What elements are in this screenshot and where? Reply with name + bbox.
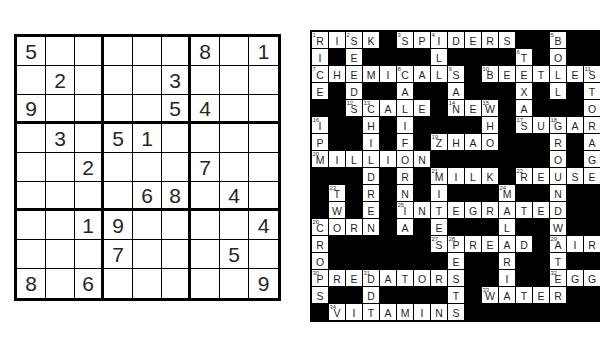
crossword-block-cell (533, 32, 549, 48)
crossword-letter-cell[interactable]: E (516, 66, 532, 82)
crossword-letter-cell[interactable]: W (550, 219, 566, 235)
sudoku-empty-cell[interactable] (46, 269, 75, 298)
crossword-letter-cell[interactable]: O (329, 219, 345, 235)
sudoku-empty-cell[interactable] (191, 240, 220, 269)
crossword-letter-cell[interactable]: E (346, 270, 362, 286)
crossword-letter-cell[interactable]: L (499, 219, 515, 235)
crossword-block-cell (380, 49, 396, 65)
crossword-letter-cell[interactable]: 27S (431, 236, 447, 252)
crossword-letter: P (414, 35, 430, 48)
sudoku-empty-cell[interactable] (133, 66, 162, 95)
crossword-letter: E (584, 171, 600, 184)
sudoku-empty-cell[interactable] (249, 95, 278, 124)
sudoku-empty-cell[interactable] (104, 66, 133, 95)
crossword-letter-cell[interactable]: X (516, 83, 532, 99)
crossword-letter-cell[interactable]: L (363, 151, 379, 167)
crossword-block-cell (380, 185, 396, 201)
crossword-block-cell (567, 304, 583, 320)
crossword-letter-cell[interactable]: R (584, 117, 600, 133)
crossword-letter-cell[interactable]: D (363, 168, 379, 184)
crossword-letter-cell[interactable]: I (346, 304, 362, 320)
crossword-letter-cell[interactable]: 20M (312, 151, 328, 167)
crossword-letter-cell[interactable]: O (414, 270, 430, 286)
crossword-letter-cell[interactable]: I (397, 117, 413, 133)
sudoku-given-cell: 4 (191, 95, 220, 124)
crossword-letter-cell[interactable]: E (448, 202, 464, 218)
crossword-letter: N (550, 188, 566, 201)
crossword-letter-cell[interactable]: L (346, 151, 362, 167)
sudoku-empty-cell[interactable] (46, 37, 75, 66)
crossword-letter-cell[interactable]: I (312, 49, 328, 65)
crossword-letter-cell[interactable]: N (414, 202, 430, 218)
crossword-letter-cell[interactable]: 31D (363, 270, 379, 286)
sudoku-empty-cell[interactable] (75, 124, 104, 153)
sudoku-empty-cell[interactable] (162, 124, 191, 153)
crossword-letter-cell[interactable]: D (448, 32, 464, 48)
clue-number: 2 (347, 32, 350, 38)
crossword-letter-cell[interactable]: I (499, 270, 515, 286)
sudoku-empty-cell[interactable] (162, 211, 191, 240)
crossword-letter-cell[interactable]: K (482, 168, 498, 184)
sudoku-empty-cell[interactable] (133, 240, 162, 269)
crossword-letter-cell[interactable]: T (533, 66, 549, 82)
crossword-letter-cell[interactable]: E (499, 66, 515, 82)
crossword-letter-cell[interactable]: N (363, 219, 379, 235)
crossword-letter: I (380, 154, 396, 167)
sudoku-empty-cell[interactable] (249, 66, 278, 95)
crossword-letter: R (584, 239, 600, 252)
sudoku-empty-cell[interactable] (249, 182, 278, 211)
sudoku-empty-cell[interactable] (133, 153, 162, 182)
crossword-letter-cell[interactable]: E (448, 253, 464, 269)
crossword-letter-cell[interactable]: E (465, 32, 481, 48)
sudoku-empty-cell[interactable] (104, 153, 133, 182)
crossword-letter-cell[interactable]: G (584, 151, 600, 167)
crossword-block-cell (380, 32, 396, 48)
crossword-letter-cell[interactable]: K (363, 32, 379, 48)
crossword-block-cell (482, 270, 498, 286)
sudoku-empty-cell[interactable] (220, 269, 249, 298)
crossword-letter-cell[interactable]: 22R (516, 168, 532, 184)
sudoku-given-cell: 5 (220, 240, 249, 269)
crossword-block-cell (431, 100, 447, 116)
crossword-letter-cell[interactable]: A (380, 270, 396, 286)
crossword-block-cell (346, 134, 362, 150)
crossword-letter-cell[interactable]: I (329, 32, 345, 48)
sudoku-empty-cell[interactable] (133, 95, 162, 124)
crossword-letter-cell[interactable]: P (414, 32, 430, 48)
crossword-letter-cell[interactable]: A (584, 134, 600, 150)
crossword-letter-cell[interactable]: A (448, 83, 464, 99)
crossword-letter-cell[interactable]: I (414, 304, 430, 320)
crossword-letter-cell[interactable]: R (584, 236, 600, 252)
sudoku-empty-cell[interactable] (220, 66, 249, 95)
crossword-letter-cell[interactable]: E (431, 219, 447, 235)
crossword-letter-cell[interactable]: A (499, 287, 515, 303)
sudoku-empty-cell[interactable] (46, 153, 75, 182)
crossword-letter-cell[interactable]: W (329, 202, 345, 218)
crossword-letter-cell[interactable]: M (397, 304, 413, 320)
crossword-letter-cell[interactable]: D (550, 202, 566, 218)
crossword-block-cell (465, 219, 481, 235)
clue-number: 6 (517, 49, 520, 55)
crossword-block-cell (346, 236, 362, 252)
sudoku-empty-cell[interactable] (75, 95, 104, 124)
crossword-block-cell (431, 151, 447, 167)
crossword-letter-cell[interactable]: R (550, 287, 566, 303)
crossword-letter-cell[interactable]: H (363, 117, 379, 133)
sudoku-empty-cell[interactable] (191, 269, 220, 298)
crossword-letter-cell[interactable]: G (584, 270, 600, 286)
sudoku-empty-cell[interactable] (75, 66, 104, 95)
clue-number: 29 (551, 236, 558, 242)
crossword-letter-cell[interactable]: A (567, 117, 583, 133)
crossword-letter: P (312, 137, 328, 150)
crossword-letter-cell[interactable]: N (431, 304, 447, 320)
sudoku-empty-cell[interactable] (162, 240, 191, 269)
crossword-letter-cell[interactable]: A (499, 236, 515, 252)
sudoku-empty-cell[interactable] (191, 182, 220, 211)
crossword-letter-cell[interactable]: R (329, 270, 345, 286)
crossword-letter-cell[interactable]: O (482, 134, 498, 150)
crossword-letter-cell[interactable]: G (465, 202, 481, 218)
crossword-letter-cell[interactable]: E (465, 100, 481, 116)
clue-number: 33 (483, 287, 490, 293)
crossword-letter-cell[interactable]: O (550, 49, 566, 65)
crossword-letter-cell[interactable]: H (482, 117, 498, 133)
crossword-letter-cell[interactable]: S (312, 287, 328, 303)
crossword-letter-cell[interactable]: 18G (550, 117, 566, 133)
crossword-letter: O (397, 154, 413, 167)
sudoku-empty-cell[interactable] (17, 211, 46, 240)
crossword-letter-cell[interactable]: I (363, 134, 379, 150)
sudoku-empty-cell[interactable] (220, 211, 249, 240)
crossword-letter: E (312, 86, 328, 99)
sudoku-empty-cell[interactable] (133, 211, 162, 240)
crossword-letter-cell[interactable]: T (431, 202, 447, 218)
sudoku-empty-cell[interactable] (133, 269, 162, 298)
crossword-block-cell (550, 304, 566, 320)
sudoku-empty-cell[interactable] (104, 182, 133, 211)
crossword-letter-cell[interactable]: L (465, 168, 481, 184)
crossword-letter-cell[interactable]: R (482, 32, 498, 48)
clue-number: 15 (483, 100, 490, 106)
crossword-letter: U (550, 171, 566, 184)
crossword-letter-cell[interactable]: E (482, 236, 498, 252)
crossword-letter: W (550, 222, 566, 235)
crossword-block-cell (465, 117, 481, 133)
crossword-letter-cell[interactable]: 3S (397, 32, 413, 48)
crossword-letter: F (397, 137, 413, 150)
sudoku-empty-cell[interactable] (46, 95, 75, 124)
crossword-letter-cell[interactable]: 24M (499, 185, 515, 201)
crossword-letter-cell[interactable]: 11S (584, 66, 600, 82)
crossword-block-cell (397, 287, 413, 303)
crossword-letter-cell[interactable]: S (499, 32, 515, 48)
crossword-block-cell (533, 270, 549, 286)
crossword-letter-cell[interactable]: R (397, 168, 413, 184)
sudoku-empty-cell[interactable] (162, 269, 191, 298)
sudoku-empty-cell[interactable] (162, 37, 191, 66)
crossword-letter-cell[interactable]: R (499, 253, 515, 269)
crossword-letter-cell[interactable]: E (346, 49, 362, 65)
crossword-letter-cell[interactable]: P (312, 134, 328, 150)
crossword-block-cell (567, 151, 583, 167)
crossword-letter: E (414, 103, 430, 116)
crossword-letter-cell[interactable]: A (380, 100, 396, 116)
sudoku-empty-cell[interactable] (104, 269, 133, 298)
crossword-letter-cell[interactable]: 34V (329, 304, 345, 320)
crossword-letter-cell[interactable]: 17S (516, 117, 532, 133)
crossword-letter-cell[interactable]: D (516, 236, 532, 252)
crossword-letter-cell[interactable]: E (533, 168, 549, 184)
sudoku-empty-cell[interactable] (17, 153, 46, 182)
crossword-letter-cell[interactable]: A (499, 202, 515, 218)
crossword-letter: E (499, 69, 515, 82)
crossword-letter-cell[interactable]: I (431, 185, 447, 201)
crossword-letter: R (584, 120, 600, 133)
crossword-block-cell (465, 287, 481, 303)
crossword-letter-cell[interactable]: 6T (516, 49, 532, 65)
sudoku-empty-cell[interactable] (249, 153, 278, 182)
crossword-block-cell (329, 83, 345, 99)
crossword-letter-cell[interactable]: M (363, 66, 379, 82)
crossword-block-cell (329, 100, 345, 116)
crossword-letter: D (448, 35, 464, 48)
crossword-letter-cell[interactable]: L (431, 66, 447, 82)
crossword-letter: E (533, 290, 549, 303)
sudoku-empty-cell[interactable] (191, 124, 220, 153)
crossword-letter-cell[interactable]: T (584, 83, 600, 99)
crossword-letter: R (346, 222, 362, 235)
crossword-letter-cell[interactable]: R (431, 270, 447, 286)
crossword-letter-cell[interactable]: 13C (363, 100, 379, 116)
crossword-letter-cell[interactable]: 33W (482, 287, 498, 303)
clue-number: 1 (313, 32, 316, 38)
crossword-grid[interactable]: 1RI2SK3SP4IDERS5BIEL6TO7CHEMI8CAL9S10BEE… (310, 30, 600, 322)
crossword-block-cell (448, 219, 464, 235)
sudoku-empty-cell[interactable] (220, 153, 249, 182)
crossword-letter-cell[interactable]: 5B (550, 32, 566, 48)
crossword-letter: R (397, 171, 413, 184)
crossword-letter-cell[interactable]: A (397, 219, 413, 235)
crossword-letter: T (533, 69, 549, 82)
crossword-letter: K (482, 171, 498, 184)
sudoku-empty-cell[interactable] (75, 240, 104, 269)
crossword-letter-cell[interactable]: E (346, 66, 362, 82)
crossword-block-cell (380, 134, 396, 150)
crossword-letter: A (397, 222, 413, 235)
crossword-letter-cell[interactable]: 19Z (431, 134, 447, 150)
crossword-letter-cell[interactable]: G (567, 270, 583, 286)
crossword-letter-cell[interactable]: N (414, 151, 430, 167)
crossword-letter-cell[interactable]: E (533, 287, 549, 303)
crossword-letter-cell[interactable]: 10B (482, 66, 498, 82)
crossword-block-cell (584, 287, 600, 303)
sudoku-given-cell: 5 (162, 95, 191, 124)
clue-number: 9 (449, 66, 452, 72)
crossword-block-cell (380, 236, 396, 252)
crossword-letter-cell[interactable]: O (584, 100, 600, 116)
crossword-block-cell (380, 168, 396, 184)
crossword-letter-cell[interactable]: L (550, 66, 566, 82)
sudoku-empty-cell[interactable] (46, 240, 75, 269)
crossword-letter: E (448, 256, 464, 269)
crossword-letter-cell[interactable]: E (414, 100, 430, 116)
sudoku-empty-cell[interactable] (46, 211, 75, 240)
crossword-letter-cell[interactable]: 14N (448, 100, 464, 116)
sudoku-given-cell: 6 (75, 269, 104, 298)
crossword-letter-cell[interactable]: 7C (312, 66, 328, 82)
crossword-letter-cell[interactable]: I (380, 151, 396, 167)
crossword-letter-cell[interactable]: R (465, 236, 481, 252)
crossword-letter-cell[interactable]: 21M (431, 168, 447, 184)
crossword-letter: D (363, 171, 379, 184)
crossword-letter-cell[interactable]: I (448, 168, 464, 184)
crossword-letter: A (414, 69, 430, 82)
crossword-letter-cell[interactable]: E (584, 168, 600, 184)
crossword-letter-cell[interactable]: 25I (397, 202, 413, 218)
crossword-letter-cell[interactable]: R (346, 219, 362, 235)
crossword-letter-cell[interactable]: 32E (550, 270, 566, 286)
crossword-letter-cell[interactable]: T (516, 202, 532, 218)
crossword-letter-cell[interactable]: T (448, 287, 464, 303)
crossword-block-cell (499, 134, 515, 150)
crossword-letter-cell[interactable]: L (397, 100, 413, 116)
crossword-letter-cell[interactable]: E (312, 83, 328, 99)
sudoku-board[interactable]: 581239543512768419475869 (14, 34, 281, 301)
crossword-letter-cell[interactable]: 23T (329, 185, 345, 201)
crossword-letter: A (380, 103, 396, 116)
crossword-letter: I (448, 171, 464, 184)
clue-number: 26 (313, 219, 320, 225)
crossword-letter-cell[interactable]: A (465, 134, 481, 150)
crossword-block-cell (448, 117, 464, 133)
sudoku-empty-cell[interactable] (75, 182, 104, 211)
crossword-letter-cell[interactable]: S (448, 304, 464, 320)
sudoku-empty-cell[interactable] (17, 124, 46, 153)
crossword-letter-cell[interactable]: R (363, 185, 379, 201)
sudoku-empty-cell[interactable] (46, 182, 75, 211)
crossword-letter-cell[interactable]: 4I (431, 32, 447, 48)
crossword-letter-cell[interactable]: 8C (397, 66, 413, 82)
crossword-block-cell (567, 185, 583, 201)
crossword-letter-cell[interactable]: D (346, 83, 362, 99)
crossword-letter-cell[interactable]: S (448, 270, 464, 286)
crossword-block-cell (567, 83, 583, 99)
crossword-letter-cell[interactable]: E (567, 66, 583, 82)
crossword-letter-cell[interactable]: 16I (312, 117, 328, 133)
sudoku-empty-cell[interactable] (191, 66, 220, 95)
crossword-letter-cell[interactable]: N (550, 185, 566, 201)
crossword-letter-cell[interactable]: I (380, 66, 396, 82)
crossword-block-cell (465, 253, 481, 269)
sudoku-empty-cell[interactable] (191, 211, 220, 240)
crossword-letter: M (397, 307, 413, 320)
sudoku-empty-cell[interactable] (17, 66, 46, 95)
crossword-letter-cell[interactable]: 29A (550, 236, 566, 252)
crossword-letter-cell[interactable]: H (448, 134, 464, 150)
sudoku-empty-cell[interactable] (220, 124, 249, 153)
crossword-block-cell (465, 151, 481, 167)
crossword-letter-cell[interactable]: L (431, 49, 447, 65)
crossword-letter-cell[interactable]: U (550, 168, 566, 184)
clue-number: 24 (500, 185, 507, 191)
sudoku-empty-cell[interactable] (249, 240, 278, 269)
sudoku-empty-cell[interactable] (220, 95, 249, 124)
crossword-letter-cell[interactable]: I (567, 236, 583, 252)
crossword-block-cell (414, 287, 430, 303)
crossword-letter-cell[interactable]: A (397, 83, 413, 99)
sudoku-empty-cell[interactable] (17, 182, 46, 211)
crossword-letter-cell[interactable]: R (312, 236, 328, 252)
sudoku-empty-cell[interactable] (162, 153, 191, 182)
crossword-letter-cell[interactable]: L (550, 83, 566, 99)
sudoku-empty-cell[interactable] (17, 240, 46, 269)
crossword-letter-cell[interactable]: 2S (346, 32, 362, 48)
crossword-letter-cell[interactable]: 30P (312, 270, 328, 286)
crossword-letter-cell[interactable]: S (567, 168, 583, 184)
crossword-letter-cell[interactable]: A (414, 66, 430, 82)
crossword-letter: N (414, 205, 430, 218)
crossword-block-cell (550, 100, 566, 116)
sudoku-empty-cell[interactable] (104, 95, 133, 124)
crossword-letter-cell[interactable]: T (363, 304, 379, 320)
crossword-letter-cell[interactable]: T (516, 287, 532, 303)
crossword-letter-cell[interactable]: 26C (312, 219, 328, 235)
crossword-letter-cell[interactable]: A (380, 304, 396, 320)
sudoku-empty-cell[interactable] (75, 37, 104, 66)
crossword-letter-cell[interactable]: T (550, 253, 566, 269)
crossword-letter: E (363, 205, 379, 218)
crossword-letter-cell[interactable]: A (516, 100, 532, 116)
crossword-letter-cell[interactable]: T (397, 270, 413, 286)
crossword-letter-cell[interactable]: E (533, 202, 549, 218)
crossword-block-cell (312, 202, 328, 218)
crossword-letter: N (431, 307, 447, 320)
sudoku-empty-cell[interactable] (133, 37, 162, 66)
crossword-letter-cell[interactable]: 15W (482, 100, 498, 116)
crossword-letter: G (584, 273, 600, 286)
crossword-letter-cell[interactable]: D (363, 287, 379, 303)
crossword-letter-cell[interactable]: 1R (312, 32, 328, 48)
crossword-letter-cell[interactable]: 12S (346, 100, 362, 116)
crossword-block-cell (329, 134, 345, 150)
sudoku-empty-cell[interactable] (220, 37, 249, 66)
crossword-letter-cell[interactable]: R (550, 134, 566, 150)
clue-number: 12 (347, 100, 354, 106)
crossword-letter-cell[interactable]: F (397, 134, 413, 150)
crossword-letter-cell[interactable]: O (550, 151, 566, 167)
sudoku-empty-cell[interactable] (249, 124, 278, 153)
crossword-letter-cell[interactable]: O (397, 151, 413, 167)
crossword-letter: R (550, 137, 566, 150)
crossword-block-cell (567, 287, 583, 303)
crossword-letter-cell[interactable]: O (312, 253, 328, 269)
crossword-letter-cell[interactable]: I (329, 151, 345, 167)
crossword-letter: E (346, 52, 362, 65)
crossword-letter-cell[interactable]: 28P (448, 236, 464, 252)
sudoku-empty-cell[interactable] (104, 37, 133, 66)
crossword-letter-cell[interactable]: N (397, 185, 413, 201)
crossword-letter-cell[interactable]: U (533, 117, 549, 133)
crossword-letter-cell[interactable]: R (482, 202, 498, 218)
crossword-block-cell (414, 168, 430, 184)
crossword-letter-cell[interactable]: H (329, 66, 345, 82)
crossword-letter-cell[interactable]: 9S (448, 66, 464, 82)
crossword-block-cell (346, 202, 362, 218)
crossword-letter-cell[interactable]: E (363, 202, 379, 218)
